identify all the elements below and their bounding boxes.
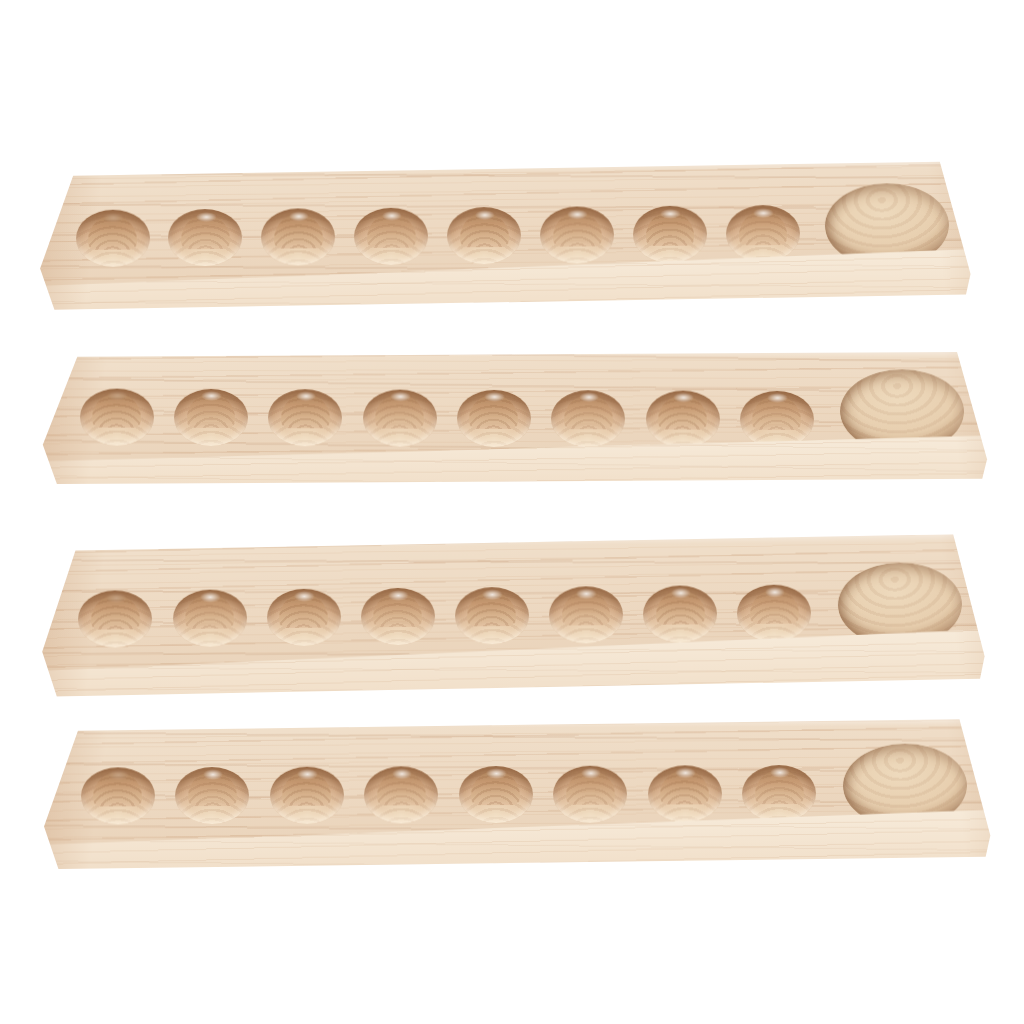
mancala-row-4 xyxy=(42,715,995,870)
pit-r4-c3[interactable] xyxy=(270,767,344,824)
pit-cell xyxy=(258,374,353,461)
pit-r2-c6[interactable] xyxy=(551,390,625,447)
pit-r1-c2[interactable] xyxy=(168,209,242,267)
pit-r3-c4[interactable] xyxy=(361,588,435,646)
pit-r2-c3[interactable] xyxy=(268,389,342,446)
pit-r1-c3[interactable] xyxy=(261,209,335,267)
pit-cell xyxy=(68,569,163,669)
pit-r3-c8[interactable] xyxy=(737,585,811,643)
pit-r1-c7[interactable] xyxy=(633,206,707,264)
mancala-row-1 xyxy=(37,158,974,312)
pit-cell xyxy=(162,568,257,668)
pit-r1-c1[interactable] xyxy=(75,210,149,268)
pit-cell xyxy=(159,192,253,284)
mancala-row-3 xyxy=(39,530,988,698)
photo-canvas xyxy=(0,0,1024,1024)
pit-cell xyxy=(66,193,160,285)
pit-cell xyxy=(352,374,447,461)
pit-r2-c1[interactable] xyxy=(80,388,154,445)
pit-cell xyxy=(350,567,445,667)
pit-r1-c4[interactable] xyxy=(354,208,428,266)
pit-r4-c1[interactable] xyxy=(81,767,155,824)
pit-r4-c8[interactable] xyxy=(742,765,816,822)
pit-cell xyxy=(354,748,449,843)
pit-r1-c6[interactable] xyxy=(540,207,614,265)
pit-r4-c7[interactable] xyxy=(648,765,722,822)
pit-cell xyxy=(69,373,164,460)
pit-r4-c5[interactable] xyxy=(459,766,533,823)
pit-cell xyxy=(164,374,259,461)
pit-cell xyxy=(345,191,439,283)
pit-r3-c6[interactable] xyxy=(549,586,623,644)
pit-r3-c7[interactable] xyxy=(643,585,717,643)
pit-r2-c7[interactable] xyxy=(645,390,719,447)
pit-r2-c4[interactable] xyxy=(362,389,436,446)
mancala-row-2 xyxy=(41,345,991,488)
pit-cell xyxy=(256,567,351,667)
pit-r2-c5[interactable] xyxy=(457,390,531,447)
pit-r3-c3[interactable] xyxy=(266,589,340,647)
pit-r1-c5[interactable] xyxy=(447,207,521,265)
pit-r4-c4[interactable] xyxy=(364,766,438,823)
pit-r1-c8[interactable] xyxy=(726,205,800,263)
pit-r2-c2[interactable] xyxy=(174,389,248,446)
pit-r4-c2[interactable] xyxy=(175,767,249,824)
pit-r3-c5[interactable] xyxy=(455,587,529,645)
pit-r2-c8[interactable] xyxy=(740,391,814,448)
pit-cell xyxy=(70,749,165,844)
pit-r3-c1[interactable] xyxy=(78,590,152,648)
pit-cell xyxy=(252,192,346,284)
pit-cell xyxy=(259,748,354,843)
pit-r3-c2[interactable] xyxy=(172,589,246,647)
pit-cell xyxy=(165,748,260,843)
board xyxy=(0,0,1024,1024)
pit-r4-c6[interactable] xyxy=(553,766,627,823)
